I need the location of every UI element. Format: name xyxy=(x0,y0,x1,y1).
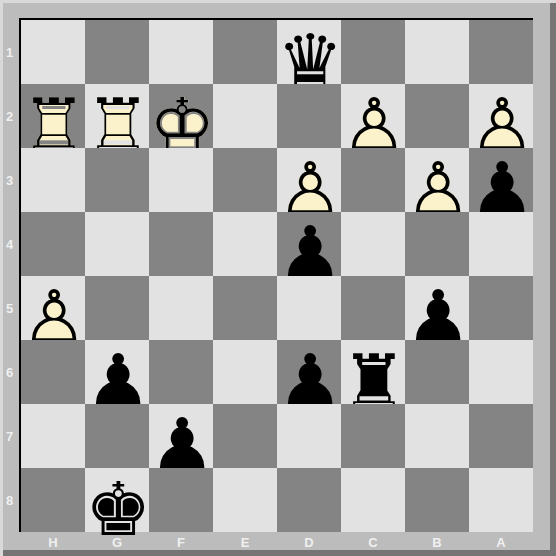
square-a2[interactable]: ♟♙ xyxy=(469,84,533,148)
square-a5[interactable] xyxy=(469,276,533,340)
black-pawn[interactable]: ♟ xyxy=(469,148,533,212)
square-h7[interactable] xyxy=(21,404,85,468)
square-b3[interactable]: ♟♙ xyxy=(405,148,469,212)
square-e2[interactable] xyxy=(213,84,277,148)
square-b2[interactable] xyxy=(405,84,469,148)
square-g1[interactable] xyxy=(85,20,149,84)
file-label-h: H xyxy=(21,533,85,551)
square-d6[interactable]: ♟ xyxy=(277,340,341,404)
square-b4[interactable] xyxy=(405,212,469,276)
square-h2[interactable]: ♜♖ xyxy=(21,84,85,148)
square-c2[interactable]: ♟♙ xyxy=(341,84,405,148)
square-c8[interactable] xyxy=(341,468,405,532)
square-f2[interactable]: ♚♔ xyxy=(149,84,213,148)
rank-label-5: 5 xyxy=(0,276,19,340)
file-label-c: C xyxy=(341,533,405,551)
square-d4[interactable]: ♟ xyxy=(277,212,341,276)
square-c7[interactable] xyxy=(341,404,405,468)
square-e5[interactable] xyxy=(213,276,277,340)
white-rook[interactable]: ♜♖ xyxy=(85,84,149,148)
square-d3[interactable]: ♟♙ xyxy=(277,148,341,212)
square-c1[interactable] xyxy=(341,20,405,84)
file-label-d: D xyxy=(277,533,341,551)
file-label-a: A xyxy=(469,533,533,551)
square-a6[interactable] xyxy=(469,340,533,404)
rank-label-1: 1 xyxy=(0,20,19,84)
rank-label-8: 8 xyxy=(0,468,19,532)
square-f8[interactable] xyxy=(149,468,213,532)
rank-label-7: 7 xyxy=(0,404,19,468)
file-label-e: E xyxy=(213,533,277,551)
rank-labels: 12345678 xyxy=(0,20,19,532)
black-pawn[interactable]: ♟ xyxy=(149,404,213,468)
square-e7[interactable] xyxy=(213,404,277,468)
square-g2[interactable]: ♜♖ xyxy=(85,84,149,148)
file-label-g: G xyxy=(85,533,149,551)
square-e4[interactable] xyxy=(213,212,277,276)
square-h5[interactable]: ♟♙ xyxy=(21,276,85,340)
chess-diagram-window: ♛♜♖♜♖♚♔♟♙♟♙♟♙♟♙♟♟♟♙♟♟♟♜♟♚ 12345678 HGFED… xyxy=(0,0,556,556)
square-f7[interactable]: ♟ xyxy=(149,404,213,468)
white-rook[interactable]: ♜♖ xyxy=(21,84,85,148)
file-label-b: B xyxy=(405,533,469,551)
square-c3[interactable] xyxy=(341,148,405,212)
square-a3[interactable]: ♟ xyxy=(469,148,533,212)
rank-label-3: 3 xyxy=(0,148,19,212)
black-queen[interactable]: ♛ xyxy=(277,20,341,84)
square-h4[interactable] xyxy=(21,212,85,276)
square-f5[interactable] xyxy=(149,276,213,340)
square-g6[interactable]: ♟ xyxy=(85,340,149,404)
square-c4[interactable] xyxy=(341,212,405,276)
white-pawn[interactable]: ♟♙ xyxy=(469,84,533,148)
square-a4[interactable] xyxy=(469,212,533,276)
square-g5[interactable] xyxy=(85,276,149,340)
rank-label-6: 6 xyxy=(0,340,19,404)
square-g3[interactable] xyxy=(85,148,149,212)
square-d8[interactable] xyxy=(277,468,341,532)
square-d7[interactable] xyxy=(277,404,341,468)
black-pawn[interactable]: ♟ xyxy=(277,212,341,276)
square-f4[interactable] xyxy=(149,212,213,276)
square-f6[interactable] xyxy=(149,340,213,404)
file-labels: HGFEDCBA xyxy=(21,533,533,551)
white-pawn[interactable]: ♟♙ xyxy=(21,276,85,340)
square-e1[interactable] xyxy=(213,20,277,84)
square-f3[interactable] xyxy=(149,148,213,212)
square-a8[interactable] xyxy=(469,468,533,532)
square-e3[interactable] xyxy=(213,148,277,212)
square-a1[interactable] xyxy=(469,20,533,84)
square-g8[interactable]: ♚ xyxy=(85,468,149,532)
file-label-f: F xyxy=(149,533,213,551)
square-b6[interactable] xyxy=(405,340,469,404)
square-b5[interactable]: ♟ xyxy=(405,276,469,340)
square-b8[interactable] xyxy=(405,468,469,532)
square-a7[interactable] xyxy=(469,404,533,468)
black-pawn[interactable]: ♟ xyxy=(85,340,149,404)
square-f1[interactable] xyxy=(149,20,213,84)
black-king[interactable]: ♚ xyxy=(85,468,149,532)
square-g4[interactable] xyxy=(85,212,149,276)
square-d1[interactable]: ♛ xyxy=(277,20,341,84)
square-e6[interactable] xyxy=(213,340,277,404)
square-e8[interactable] xyxy=(213,468,277,532)
black-rook[interactable]: ♜ xyxy=(341,340,405,404)
square-h1[interactable] xyxy=(21,20,85,84)
square-g7[interactable] xyxy=(85,404,149,468)
square-c5[interactable] xyxy=(341,276,405,340)
rank-label-4: 4 xyxy=(0,212,19,276)
square-d5[interactable] xyxy=(277,276,341,340)
white-pawn[interactable]: ♟♙ xyxy=(341,84,405,148)
white-pawn[interactable]: ♟♙ xyxy=(405,148,469,212)
black-pawn[interactable]: ♟ xyxy=(277,340,341,404)
square-h8[interactable] xyxy=(21,468,85,532)
square-b7[interactable] xyxy=(405,404,469,468)
square-b1[interactable] xyxy=(405,20,469,84)
white-king[interactable]: ♚♔ xyxy=(149,84,213,148)
black-pawn[interactable]: ♟ xyxy=(405,276,469,340)
square-h6[interactable] xyxy=(21,340,85,404)
chess-board: ♛♜♖♜♖♚♔♟♙♟♙♟♙♟♙♟♟♟♙♟♟♟♜♟♚ xyxy=(19,18,533,532)
square-d2[interactable] xyxy=(277,84,341,148)
white-pawn[interactable]: ♟♙ xyxy=(277,148,341,212)
rank-label-2: 2 xyxy=(0,84,19,148)
square-h3[interactable] xyxy=(21,148,85,212)
square-c6[interactable]: ♜ xyxy=(341,340,405,404)
